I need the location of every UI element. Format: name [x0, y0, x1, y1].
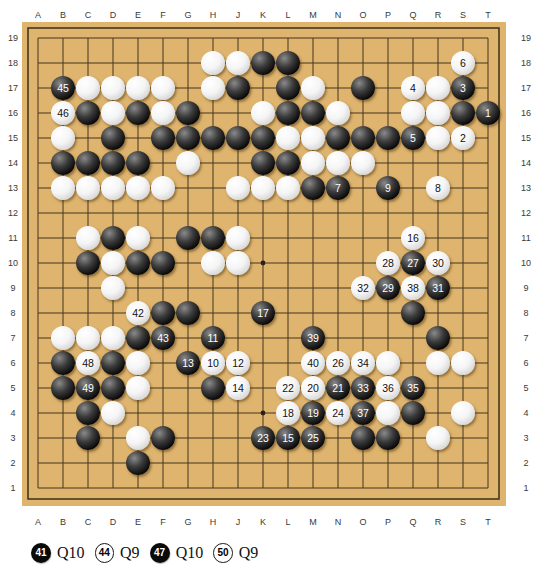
- stone-black-M7: 39: [301, 326, 325, 350]
- stone-white-M5: 20: [301, 376, 325, 400]
- stone-white-H10: [201, 251, 225, 275]
- stone-black-N13: 7: [326, 176, 350, 200]
- stone-white-D13: [101, 176, 125, 200]
- stone-black-K14: [251, 151, 275, 175]
- coord-label-1: 1: [517, 482, 535, 494]
- move-number: 48: [82, 357, 94, 369]
- stone-black-O5: 33: [351, 376, 375, 400]
- stone-black-L16: [276, 101, 300, 125]
- stone-black-F8: [151, 301, 175, 325]
- stone-black-J17: [226, 76, 250, 100]
- stone-white-R3: [426, 426, 450, 450]
- move-number: 29: [382, 282, 394, 294]
- stone-black-O3: [351, 426, 375, 450]
- stone-black-B17: 45: [51, 76, 75, 100]
- stone-white-N14: [326, 151, 350, 175]
- stone-white-H18: [201, 51, 225, 75]
- stone-white-S6: [451, 351, 475, 375]
- coord-label-R: R: [429, 9, 447, 21]
- stone-black-L17: [276, 76, 300, 100]
- coord-label-17: 17: [4, 82, 22, 94]
- stone-black-E16: [126, 101, 150, 125]
- coord-label-F: F: [154, 9, 172, 21]
- coord-label-1: 1: [4, 482, 22, 494]
- move-number: 38: [407, 282, 419, 294]
- coord-label-N: N: [329, 9, 347, 21]
- stone-black-T16: 1: [476, 101, 500, 125]
- coord-label-13: 13: [517, 182, 535, 194]
- coord-label-K: K: [254, 516, 272, 528]
- stone-black-D14: [101, 151, 125, 175]
- coord-label-J: J: [229, 516, 247, 528]
- stone-white-J18: [226, 51, 250, 75]
- stone-black-G15: [176, 126, 200, 150]
- stone-black-F10: [151, 251, 175, 275]
- move-number: 9: [385, 182, 391, 194]
- caption-point: Q10: [176, 544, 208, 562]
- move-number: 33: [357, 382, 369, 394]
- move-number: 20: [307, 382, 319, 394]
- stone-black-C16: [76, 101, 100, 125]
- coord-label-S: S: [454, 516, 472, 528]
- coord-label-E: E: [129, 9, 147, 21]
- move-number: 8: [435, 182, 441, 194]
- stone-black-E7: [126, 326, 150, 350]
- move-number: 27: [407, 257, 419, 269]
- stone-black-H7: 11: [201, 326, 225, 350]
- stone-white-H6: 10: [201, 351, 225, 375]
- move-number: 45: [57, 82, 69, 94]
- stone-white-F17: [151, 76, 175, 100]
- stone-black-P3: [376, 426, 400, 450]
- coord-label-T: T: [479, 9, 497, 21]
- stone-black-C5: 49: [76, 376, 100, 400]
- stone-white-L5: 22: [276, 376, 300, 400]
- stone-black-H15: [201, 126, 225, 150]
- move-number: 5: [410, 132, 416, 144]
- coord-label-16: 16: [4, 107, 22, 119]
- stone-white-P4: [376, 401, 400, 425]
- stone-black-G8: [176, 301, 200, 325]
- stone-white-N16: [326, 101, 350, 125]
- move-number: 30: [432, 257, 444, 269]
- stone-white-D4: [101, 401, 125, 425]
- coord-label-A: A: [29, 516, 47, 528]
- move-number: 6: [460, 57, 466, 69]
- coord-label-15: 15: [4, 132, 22, 144]
- stone-black-M16: [301, 101, 325, 125]
- coord-label-4: 4: [517, 407, 535, 419]
- move-number: 3: [460, 82, 466, 94]
- stone-white-O9: 32: [351, 276, 375, 300]
- stone-white-Q17: 4: [401, 76, 425, 100]
- coord-label-11: 11: [517, 232, 535, 244]
- stone-white-C7: [76, 326, 100, 350]
- stone-black-D15: [101, 126, 125, 150]
- stone-white-L15: [276, 126, 300, 150]
- coord-label-12: 12: [517, 207, 535, 219]
- stone-black-S17: 3: [451, 76, 475, 100]
- caption-stone-41: 41: [31, 543, 51, 563]
- coord-label-9: 9: [517, 282, 535, 294]
- stone-black-C10: [76, 251, 100, 275]
- stone-white-D16: [101, 101, 125, 125]
- stone-black-R9: 31: [426, 276, 450, 300]
- move-number: 42: [132, 307, 144, 319]
- move-number: 10: [207, 357, 219, 369]
- move-number: 19: [307, 407, 319, 419]
- stone-black-H5: [201, 376, 225, 400]
- stone-white-R13: 8: [426, 176, 450, 200]
- stone-white-N6: 26: [326, 351, 350, 375]
- stone-white-E13: [126, 176, 150, 200]
- stone-black-L18: [276, 51, 300, 75]
- coord-label-R: R: [429, 516, 447, 528]
- stone-white-J11: [226, 226, 250, 250]
- stone-black-G6: 13: [176, 351, 200, 375]
- stone-black-Q4: [401, 401, 425, 425]
- coord-label-G: G: [179, 9, 197, 21]
- move-number: 21: [332, 382, 344, 394]
- stone-white-P10: 28: [376, 251, 400, 275]
- stone-white-J10: [226, 251, 250, 275]
- stone-white-M6: 40: [301, 351, 325, 375]
- stone-white-J5: 14: [226, 376, 250, 400]
- move-number: 7: [335, 182, 341, 194]
- stone-white-D10: [101, 251, 125, 275]
- move-number: 4: [410, 82, 416, 94]
- coord-label-9: 9: [4, 282, 22, 294]
- stone-black-N15: [326, 126, 350, 150]
- stone-black-Q10: 27: [401, 251, 425, 275]
- stone-black-E14: [126, 151, 150, 175]
- stone-white-E5: [126, 376, 150, 400]
- coord-label-Q: Q: [404, 516, 422, 528]
- stone-white-B13: [51, 176, 75, 200]
- stone-white-R6: [426, 351, 450, 375]
- move-number: 37: [357, 407, 369, 419]
- coord-label-7: 7: [4, 332, 22, 344]
- stone-black-B14: [51, 151, 75, 175]
- stone-white-C6: 48: [76, 351, 100, 375]
- coord-label-4: 4: [4, 407, 22, 419]
- stone-black-C3: [76, 426, 100, 450]
- stone-black-H11: [201, 226, 225, 250]
- coord-label-N: N: [329, 516, 347, 528]
- stone-white-B7: [51, 326, 75, 350]
- move-number: 46: [57, 107, 69, 119]
- move-number: 49: [82, 382, 94, 394]
- stone-white-L13: [276, 176, 300, 200]
- stone-black-Q5: 35: [401, 376, 425, 400]
- stone-white-R17: [426, 76, 450, 100]
- stone-black-F3: [151, 426, 175, 450]
- stone-white-R15: [426, 126, 450, 150]
- coord-label-P: P: [379, 516, 397, 528]
- coord-label-M: M: [304, 516, 322, 528]
- caption-point: Q9: [120, 544, 144, 562]
- stone-white-C11: [76, 226, 100, 250]
- stone-black-D5: [101, 376, 125, 400]
- coord-label-3: 3: [4, 432, 22, 444]
- coord-label-E: E: [129, 516, 147, 528]
- stone-white-E17: [126, 76, 150, 100]
- move-number: 24: [332, 407, 344, 419]
- coord-label-14: 14: [4, 157, 22, 169]
- move-number: 28: [382, 257, 394, 269]
- coord-label-L: L: [279, 9, 297, 21]
- move-number: 23: [257, 432, 269, 444]
- coord-label-H: H: [204, 9, 222, 21]
- move-number: 13: [182, 357, 194, 369]
- stone-white-D9: [101, 276, 125, 300]
- star-point-K4: [261, 411, 266, 416]
- stone-black-E2: [126, 451, 150, 475]
- stone-black-K18: [251, 51, 275, 75]
- coord-label-14: 14: [517, 157, 535, 169]
- coord-label-19: 19: [517, 32, 535, 44]
- stone-white-E3: [126, 426, 150, 450]
- coord-label-16: 16: [517, 107, 535, 119]
- stone-black-B6: [51, 351, 75, 375]
- coord-label-Q: Q: [404, 9, 422, 21]
- stone-white-S15: 2: [451, 126, 475, 150]
- coord-label-C: C: [79, 516, 97, 528]
- coord-label-10: 10: [517, 257, 535, 269]
- stone-white-S18: 6: [451, 51, 475, 75]
- stone-white-B15: [51, 126, 75, 150]
- stone-black-J15: [226, 126, 250, 150]
- move-number: 43: [157, 332, 169, 344]
- stone-white-K13: [251, 176, 275, 200]
- stone-black-M13: [301, 176, 325, 200]
- move-number: 35: [407, 382, 419, 394]
- stone-white-C17: [76, 76, 100, 100]
- coord-label-15: 15: [517, 132, 535, 144]
- stone-white-Q16: [401, 101, 425, 125]
- coord-label-7: 7: [517, 332, 535, 344]
- stone-white-E6: [126, 351, 150, 375]
- stone-white-K16: [251, 101, 275, 125]
- coord-label-B: B: [54, 516, 72, 528]
- stone-white-M15: [301, 126, 325, 150]
- coord-label-5: 5: [517, 382, 535, 394]
- stone-white-C13: [76, 176, 100, 200]
- stone-white-F16: [151, 101, 175, 125]
- stone-white-B16: 46: [51, 101, 75, 125]
- stone-white-E8: 42: [126, 301, 150, 325]
- coord-label-18: 18: [4, 57, 22, 69]
- move-number: 17: [257, 307, 269, 319]
- coord-label-J: J: [229, 9, 247, 21]
- stone-white-D17: [101, 76, 125, 100]
- coord-label-3: 3: [517, 432, 535, 444]
- stone-black-M4: 19: [301, 401, 325, 425]
- coord-label-D: D: [104, 516, 122, 528]
- move-number: 26: [332, 357, 344, 369]
- coord-label-O: O: [354, 9, 372, 21]
- move-number: 31: [432, 282, 444, 294]
- stone-black-D11: [101, 226, 125, 250]
- stone-black-Q8: [401, 301, 425, 325]
- move-number: 34: [357, 357, 369, 369]
- caption-stone-44: 44: [95, 543, 115, 563]
- stone-black-E10: [126, 251, 150, 275]
- stone-white-P6: [376, 351, 400, 375]
- move-number: 18: [282, 407, 294, 419]
- move-number: 16: [407, 232, 419, 244]
- stone-black-K3: 23: [251, 426, 275, 450]
- stone-black-F7: 43: [151, 326, 175, 350]
- stone-white-J13: [226, 176, 250, 200]
- move-caption: 41Q1044Q947Q1050Q9: [31, 541, 262, 565]
- stone-black-R7: [426, 326, 450, 350]
- stone-black-P9: 29: [376, 276, 400, 300]
- coord-label-A: A: [29, 9, 47, 21]
- move-number: 40: [307, 357, 319, 369]
- stone-white-Q9: 38: [401, 276, 425, 300]
- stone-black-N5: 21: [326, 376, 350, 400]
- move-number: 14: [232, 382, 244, 394]
- stone-black-L14: [276, 151, 300, 175]
- move-number: 36: [382, 382, 394, 394]
- coord-label-11: 11: [4, 232, 22, 244]
- coord-label-G: G: [179, 516, 197, 528]
- stone-black-B5: [51, 376, 75, 400]
- stone-white-N4: 24: [326, 401, 350, 425]
- stone-white-R16: [426, 101, 450, 125]
- stone-black-C4: [76, 401, 100, 425]
- coord-label-L: L: [279, 516, 297, 528]
- stone-black-O17: [351, 76, 375, 100]
- coord-label-H: H: [204, 516, 222, 528]
- coord-label-19: 19: [4, 32, 22, 44]
- stone-black-L3: 15: [276, 426, 300, 450]
- coord-label-6: 6: [517, 357, 535, 369]
- stone-white-L4: 18: [276, 401, 300, 425]
- coord-label-D: D: [104, 9, 122, 21]
- stone-black-G11: [176, 226, 200, 250]
- stone-white-S4: [451, 401, 475, 425]
- star-point-K10: [261, 261, 266, 266]
- coord-label-5: 5: [4, 382, 22, 394]
- stone-white-M14: [301, 151, 325, 175]
- coord-label-8: 8: [517, 307, 535, 319]
- coord-label-6: 6: [4, 357, 22, 369]
- stone-white-M17: [301, 76, 325, 100]
- move-number: 2: [460, 132, 466, 144]
- stone-white-F13: [151, 176, 175, 200]
- stone-white-R10: 30: [426, 251, 450, 275]
- stone-black-P13: 9: [376, 176, 400, 200]
- coord-label-12: 12: [4, 207, 22, 219]
- move-number: 12: [232, 357, 244, 369]
- move-number: 11: [208, 332, 219, 344]
- caption-point: Q10: [57, 544, 89, 562]
- stone-white-Q11: 16: [401, 226, 425, 250]
- stone-black-Q15: 5: [401, 126, 425, 150]
- coord-label-M: M: [304, 9, 322, 21]
- stone-black-K8: 17: [251, 301, 275, 325]
- coord-label-18: 18: [517, 57, 535, 69]
- stone-white-D7: [101, 326, 125, 350]
- caption-stone-50: 50: [213, 543, 233, 563]
- move-number: 15: [282, 432, 294, 444]
- stone-black-D6: [101, 351, 125, 375]
- coord-label-8: 8: [4, 307, 22, 319]
- coord-label-O: O: [354, 516, 372, 528]
- move-number: 1: [485, 107, 491, 119]
- coord-label-F: F: [154, 516, 172, 528]
- stone-white-J6: 12: [226, 351, 250, 375]
- stone-white-P5: 36: [376, 376, 400, 400]
- stone-black-O4: 37: [351, 401, 375, 425]
- stone-black-P15: [376, 126, 400, 150]
- caption-stone-47: 47: [150, 543, 170, 563]
- go-kifu-diagram: ABCDEFGHJKLMNOPQRST ABCDEFGHJKLMNOPQRST …: [0, 0, 540, 577]
- coord-label-P: P: [379, 9, 397, 21]
- coord-label-13: 13: [4, 182, 22, 194]
- stone-white-O14: [351, 151, 375, 175]
- stone-white-G14: [176, 151, 200, 175]
- coord-label-K: K: [254, 9, 272, 21]
- move-number: 25: [307, 432, 319, 444]
- stone-black-K15: [251, 126, 275, 150]
- move-number: 39: [307, 332, 319, 344]
- stone-black-S16: [451, 101, 475, 125]
- stone-white-O6: 34: [351, 351, 375, 375]
- coord-label-B: B: [54, 9, 72, 21]
- stone-black-G16: [176, 101, 200, 125]
- coord-label-S: S: [454, 9, 472, 21]
- coord-label-T: T: [479, 516, 497, 528]
- coord-label-C: C: [79, 9, 97, 21]
- coord-label-2: 2: [4, 457, 22, 469]
- coord-label-2: 2: [517, 457, 535, 469]
- stone-black-M3: 25: [301, 426, 325, 450]
- stone-white-E11: [126, 226, 150, 250]
- coord-label-17: 17: [517, 82, 535, 94]
- move-number: 32: [357, 282, 369, 294]
- stone-black-O15: [351, 126, 375, 150]
- stone-white-H17: [201, 76, 225, 100]
- caption-point: Q9: [239, 544, 263, 562]
- move-number: 22: [282, 382, 294, 394]
- stone-black-F15: [151, 126, 175, 150]
- stone-black-C14: [76, 151, 100, 175]
- coord-label-10: 10: [4, 257, 22, 269]
